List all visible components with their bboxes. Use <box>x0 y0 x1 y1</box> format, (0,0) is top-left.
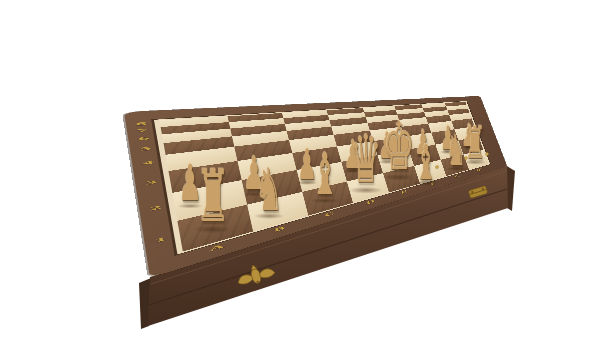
rank-label-8: 8 <box>135 121 147 127</box>
rank-label-4: 4 <box>142 159 154 166</box>
file-label-d: D <box>366 199 375 206</box>
rank-label-7: 7 <box>136 127 148 133</box>
rank-label-5: 5 <box>139 145 151 152</box>
file-label-h: H <box>476 168 482 173</box>
rank-label-6: 6 <box>138 135 150 142</box>
rank-label-3: 3 <box>145 178 158 186</box>
file-label-c: C <box>324 210 335 218</box>
file-label-e: E <box>400 189 408 195</box>
file-label-g: G <box>454 174 461 179</box>
file-label-f: F <box>430 181 436 186</box>
chess-set-photo: Folding walnut and maple tournament ches… <box>0 0 600 360</box>
rank-label-1: 1 <box>154 235 167 244</box>
rank-label-2: 2 <box>149 204 162 213</box>
square-h1 <box>463 150 488 170</box>
box-right-end <box>507 166 515 211</box>
